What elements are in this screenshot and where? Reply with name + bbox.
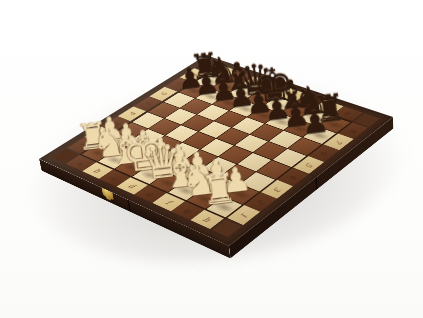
- coord-rank-left-5-label: 5: [143, 101, 153, 106]
- coord-rank-right-6-label: 6: [318, 150, 330, 156]
- brass-clasp: [101, 184, 114, 200]
- coord-rank-right-1-label: 1: [237, 212, 250, 219]
- coord-rank-right-8-label: 8: [347, 128, 359, 134]
- coord-file-near-f-label: f: [164, 199, 174, 205]
- wall-fold-seam: [315, 177, 317, 190]
- frame-corner-cell: [354, 113, 381, 127]
- coord-rank-right-4-label: 4: [287, 174, 299, 180]
- coord-file-near-h-label: h: [201, 216, 213, 224]
- coord-rank-left-6-label: 6: [158, 92, 168, 97]
- coord-file-near-a-label: a: [75, 160, 86, 166]
- chess-board: 11hh22gg33ff44ee55dd66cc77bb88aa ♜♞♝♚♛♝♞…: [39, 55, 393, 246]
- coord-file-near-b-label: b: [92, 167, 103, 174]
- coord-rank-right-5-label: 5: [303, 162, 315, 168]
- coord-rank-right-2-label: 2: [254, 199, 266, 206]
- product-photo-stage: 11hh22gg33ff44ee55dd66cc77bb88aa ♜♞♝♚♛♝♞…: [0, 0, 423, 318]
- coord-file-near-e-label: e: [144, 190, 155, 197]
- black-p-glyph: ♟: [293, 104, 337, 139]
- coord-file-near-c-label: c: [109, 175, 120, 182]
- camera-roll-wrapper: 11hh22gg33ff44ee55dd66cc77bb88aa ♜♞♝♚♛♝♞…: [0, 0, 423, 318]
- brass-clasp-knob: [105, 193, 111, 200]
- coord-file-near-g-label: g: [182, 207, 194, 214]
- coord-rank-right-3-label: 3: [271, 186, 283, 192]
- wall-fold-seam: [127, 199, 131, 212]
- white-r-glyph: ♜: [195, 167, 243, 211]
- coord-file-near-d-label: d: [126, 182, 138, 189]
- coord-rank-right-7-label: 7: [333, 139, 345, 145]
